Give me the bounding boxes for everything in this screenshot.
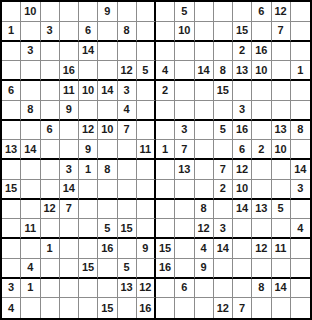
- cell-r1c9[interactable]: [156, 2, 175, 22]
- cell-r9c9[interactable]: [156, 160, 175, 180]
- cell-r9c6[interactable]: 8: [98, 160, 117, 180]
- cell-r3c16[interactable]: [291, 42, 310, 62]
- cell-r5c14[interactable]: [252, 81, 271, 101]
- cell-r11c10[interactable]: [175, 200, 194, 220]
- cell-r7c3[interactable]: 6: [41, 121, 60, 141]
- cell-r8c2[interactable]: 14: [21, 140, 40, 160]
- cell-r9c1[interactable]: [2, 160, 21, 180]
- cell-r3c9[interactable]: [156, 42, 175, 62]
- cell-r1c2[interactable]: 10: [21, 2, 40, 22]
- cell-r11c2[interactable]: [21, 200, 40, 220]
- cell-r16c2[interactable]: [21, 298, 40, 318]
- cell-r11c5[interactable]: [79, 200, 98, 220]
- cell-r10c15[interactable]: [272, 180, 291, 200]
- cell-r10c14[interactable]: [252, 180, 271, 200]
- cell-r9c8[interactable]: [137, 160, 156, 180]
- cell-r15c1[interactable]: 3: [2, 279, 21, 299]
- cell-r13c3[interactable]: 1: [41, 239, 60, 259]
- cell-r11c12[interactable]: [214, 200, 233, 220]
- cell-r5c5[interactable]: 10: [79, 81, 98, 101]
- cell-r1c10[interactable]: 5: [175, 2, 194, 22]
- cell-r5c13[interactable]: [233, 81, 252, 101]
- cell-r7c2[interactable]: [21, 121, 40, 141]
- cell-r7c9[interactable]: [156, 121, 175, 141]
- cell-r6c1[interactable]: [2, 101, 21, 121]
- cell-r7c10[interactable]: 3: [175, 121, 194, 141]
- cell-r12c7[interactable]: 15: [118, 219, 137, 239]
- cell-r11c7[interactable]: [118, 200, 137, 220]
- cell-r15c16[interactable]: [291, 279, 310, 299]
- cell-r5c8[interactable]: [137, 81, 156, 101]
- cell-r7c16[interactable]: 8: [291, 121, 310, 141]
- cell-r13c2[interactable]: [21, 239, 40, 259]
- cell-r12c1[interactable]: [2, 219, 21, 239]
- cell-r11c3[interactable]: 12: [41, 200, 60, 220]
- cell-r14c8[interactable]: [137, 259, 156, 279]
- cell-r10c10[interactable]: [175, 180, 194, 200]
- cell-r1c11[interactable]: [195, 2, 214, 22]
- cell-r16c14[interactable]: [252, 298, 271, 318]
- cell-r3c7[interactable]: [118, 42, 137, 62]
- cell-r16c11[interactable]: [195, 298, 214, 318]
- cell-r7c6[interactable]: 10: [98, 121, 117, 141]
- cell-r10c5[interactable]: [79, 180, 98, 200]
- cell-r1c5[interactable]: [79, 2, 98, 22]
- cell-r12c5[interactable]: [79, 219, 98, 239]
- cell-r10c7[interactable]: [118, 180, 137, 200]
- cell-r15c4[interactable]: [60, 279, 79, 299]
- cell-r12c2[interactable]: 11: [21, 219, 40, 239]
- cell-r13c1[interactable]: [2, 239, 21, 259]
- cell-r9c14[interactable]: [252, 160, 271, 180]
- cell-r4c13[interactable]: 13: [233, 61, 252, 81]
- cell-r11c13[interactable]: 14: [233, 200, 252, 220]
- cell-r7c5[interactable]: 12: [79, 121, 98, 141]
- cell-r14c14[interactable]: [252, 259, 271, 279]
- cell-r15c13[interactable]: [233, 279, 252, 299]
- cell-r1c13[interactable]: [233, 2, 252, 22]
- cell-r9c3[interactable]: [41, 160, 60, 180]
- cell-r16c4[interactable]: [60, 298, 79, 318]
- sudoku-board: 1095612136810157314216161254148131016111…: [0, 0, 312, 320]
- cell-r9c7[interactable]: [118, 160, 137, 180]
- cell-r2c14[interactable]: [252, 22, 271, 42]
- cell-r14c15[interactable]: [272, 259, 291, 279]
- cell-r2c8[interactable]: [137, 22, 156, 42]
- cell-r10c9[interactable]: [156, 180, 175, 200]
- cell-r11c4[interactable]: 7: [60, 200, 79, 220]
- cell-r2c6[interactable]: [98, 22, 117, 42]
- cell-r3c2[interactable]: 3: [21, 42, 40, 62]
- cell-r1c16[interactable]: [291, 2, 310, 22]
- cell-r4c7[interactable]: 12: [118, 61, 137, 81]
- cell-r16c12[interactable]: 12: [214, 298, 233, 318]
- cell-r2c4[interactable]: [60, 22, 79, 42]
- cell-r10c1[interactable]: 15: [2, 180, 21, 200]
- cell-r3c13[interactable]: 2: [233, 42, 252, 62]
- cell-r4c12[interactable]: 8: [214, 61, 233, 81]
- cell-r7c8[interactable]: [137, 121, 156, 141]
- cell-r7c1[interactable]: [2, 121, 21, 141]
- cell-r14c2[interactable]: 4: [21, 259, 40, 279]
- cell-r8c3[interactable]: [41, 140, 60, 160]
- cell-r16c13[interactable]: 7: [233, 298, 252, 318]
- cell-r6c2[interactable]: 8: [21, 101, 40, 121]
- cell-r8c9[interactable]: 1: [156, 140, 175, 160]
- cell-r12c12[interactable]: 3: [214, 219, 233, 239]
- cell-r8c12[interactable]: [214, 140, 233, 160]
- cell-r16c16[interactable]: [291, 298, 310, 318]
- cell-r3c11[interactable]: [195, 42, 214, 62]
- cell-r9c13[interactable]: 12: [233, 160, 252, 180]
- cell-r8c5[interactable]: 9: [79, 140, 98, 160]
- cell-r10c3[interactable]: [41, 180, 60, 200]
- cell-r10c12[interactable]: 2: [214, 180, 233, 200]
- cell-r8c6[interactable]: [98, 140, 117, 160]
- cell-r10c2[interactable]: [21, 180, 40, 200]
- cell-r13c5[interactable]: [79, 239, 98, 259]
- cell-r13c12[interactable]: 14: [214, 239, 233, 259]
- cell-r11c9[interactable]: [156, 200, 175, 220]
- cell-r16c7[interactable]: [118, 298, 137, 318]
- cell-r16c9[interactable]: [156, 298, 175, 318]
- cell-r3c8[interactable]: [137, 42, 156, 62]
- cell-r2c7[interactable]: 8: [118, 22, 137, 42]
- cell-r10c11[interactable]: [195, 180, 214, 200]
- cell-r6c13[interactable]: 3: [233, 101, 252, 121]
- cell-r15c10[interactable]: 6: [175, 279, 194, 299]
- cell-r7c13[interactable]: 16: [233, 121, 252, 141]
- cell-r8c8[interactable]: 11: [137, 140, 156, 160]
- cell-r3c3[interactable]: [41, 42, 60, 62]
- cell-r8c10[interactable]: 7: [175, 140, 194, 160]
- cell-r3c6[interactable]: [98, 42, 117, 62]
- cell-r8c7[interactable]: [118, 140, 137, 160]
- cell-r11c15[interactable]: 5: [272, 200, 291, 220]
- cell-r6c15[interactable]: [272, 101, 291, 121]
- cell-r14c11[interactable]: 9: [195, 259, 214, 279]
- cell-r13c15[interactable]: 11: [272, 239, 291, 259]
- cell-r6c5[interactable]: [79, 101, 98, 121]
- cell-r13c11[interactable]: 4: [195, 239, 214, 259]
- cell-r13c8[interactable]: 9: [137, 239, 156, 259]
- cell-r8c16[interactable]: [291, 140, 310, 160]
- cell-r15c14[interactable]: 8: [252, 279, 271, 299]
- cell-r6c14[interactable]: [252, 101, 271, 121]
- cell-r5c2[interactable]: [21, 81, 40, 101]
- cell-r9c5[interactable]: 1: [79, 160, 98, 180]
- cell-r9c4[interactable]: 3: [60, 160, 79, 180]
- cell-r3c10[interactable]: [175, 42, 194, 62]
- cell-r2c5[interactable]: 6: [79, 22, 98, 42]
- cell-r14c5[interactable]: 15: [79, 259, 98, 279]
- cell-r1c7[interactable]: [118, 2, 137, 22]
- cell-r12c13[interactable]: [233, 219, 252, 239]
- cell-r2c10[interactable]: 10: [175, 22, 194, 42]
- cell-r7c12[interactable]: 5: [214, 121, 233, 141]
- cell-r5c3[interactable]: [41, 81, 60, 101]
- cell-r10c6[interactable]: [98, 180, 117, 200]
- cell-r7c4[interactable]: [60, 121, 79, 141]
- cell-r12c16[interactable]: 4: [291, 219, 310, 239]
- cell-r4c8[interactable]: 5: [137, 61, 156, 81]
- cell-r1c12[interactable]: [214, 2, 233, 22]
- cell-r2c9[interactable]: [156, 22, 175, 42]
- cell-r16c3[interactable]: [41, 298, 60, 318]
- cell-r12c4[interactable]: [60, 219, 79, 239]
- cell-r5c7[interactable]: 3: [118, 81, 137, 101]
- cell-r12c6[interactable]: 5: [98, 219, 117, 239]
- cell-r10c8[interactable]: [137, 180, 156, 200]
- cell-r3c1[interactable]: [2, 42, 21, 62]
- cell-r12c15[interactable]: [272, 219, 291, 239]
- cell-r12c10[interactable]: [175, 219, 194, 239]
- cell-r11c8[interactable]: [137, 200, 156, 220]
- cell-r2c12[interactable]: [214, 22, 233, 42]
- cell-r14c10[interactable]: [175, 259, 194, 279]
- cell-r4c1[interactable]: [2, 61, 21, 81]
- cell-r6c9[interactable]: [156, 101, 175, 121]
- cell-r6c11[interactable]: [195, 101, 214, 121]
- cell-r8c15[interactable]: 10: [272, 140, 291, 160]
- cell-r10c16[interactable]: 3: [291, 180, 310, 200]
- cell-r2c13[interactable]: 15: [233, 22, 252, 42]
- cell-r15c6[interactable]: [98, 279, 117, 299]
- cell-r11c1[interactable]: [2, 200, 21, 220]
- cell-r5c1[interactable]: 6: [2, 81, 21, 101]
- cell-r13c13[interactable]: [233, 239, 252, 259]
- cell-r4c5[interactable]: [79, 61, 98, 81]
- cell-r11c16[interactable]: [291, 200, 310, 220]
- cell-r4c3[interactable]: [41, 61, 60, 81]
- cell-r4c16[interactable]: 1: [291, 61, 310, 81]
- cell-r14c1[interactable]: [2, 259, 21, 279]
- cell-r14c3[interactable]: [41, 259, 60, 279]
- cell-r11c6[interactable]: [98, 200, 117, 220]
- cell-r6c6[interactable]: [98, 101, 117, 121]
- cell-r2c11[interactable]: [195, 22, 214, 42]
- cell-r15c11[interactable]: [195, 279, 214, 299]
- cell-r8c1[interactable]: 13: [2, 140, 21, 160]
- cell-r1c4[interactable]: [60, 2, 79, 22]
- cell-r15c15[interactable]: 14: [272, 279, 291, 299]
- cell-r2c16[interactable]: [291, 22, 310, 42]
- cell-r12c8[interactable]: [137, 219, 156, 239]
- cell-r2c3[interactable]: 3: [41, 22, 60, 42]
- cell-r9c11[interactable]: [195, 160, 214, 180]
- cell-r4c14[interactable]: 10: [252, 61, 271, 81]
- cell-r3c15[interactable]: [272, 42, 291, 62]
- cell-r7c14[interactable]: [252, 121, 271, 141]
- cell-r6c12[interactable]: [214, 101, 233, 121]
- cell-r14c16[interactable]: [291, 259, 310, 279]
- cell-r1c15[interactable]: 12: [272, 2, 291, 22]
- cell-r14c12[interactable]: [214, 259, 233, 279]
- cell-r1c6[interactable]: 9: [98, 2, 117, 22]
- cell-r9c15[interactable]: [272, 160, 291, 180]
- cell-r4c11[interactable]: 14: [195, 61, 214, 81]
- cell-r16c15[interactable]: [272, 298, 291, 318]
- cell-r1c14[interactable]: 6: [252, 2, 271, 22]
- cell-r15c12[interactable]: [214, 279, 233, 299]
- cell-r6c8[interactable]: [137, 101, 156, 121]
- cell-r2c1[interactable]: 1: [2, 22, 21, 42]
- cell-r12c9[interactable]: [156, 219, 175, 239]
- cell-r13c9[interactable]: 15: [156, 239, 175, 259]
- cell-r5c16[interactable]: [291, 81, 310, 101]
- cell-r13c16[interactable]: [291, 239, 310, 259]
- cell-r5c12[interactable]: 15: [214, 81, 233, 101]
- cell-r4c15[interactable]: [272, 61, 291, 81]
- cell-r7c15[interactable]: 13: [272, 121, 291, 141]
- cell-r15c3[interactable]: [41, 279, 60, 299]
- cell-r14c9[interactable]: 16: [156, 259, 175, 279]
- cell-r14c4[interactable]: [60, 259, 79, 279]
- cell-r12c11[interactable]: 12: [195, 219, 214, 239]
- cell-r16c1[interactable]: 4: [2, 298, 21, 318]
- cell-r7c7[interactable]: 7: [118, 121, 137, 141]
- cell-r4c4[interactable]: 16: [60, 61, 79, 81]
- cell-r6c7[interactable]: 4: [118, 101, 137, 121]
- cell-r9c12[interactable]: 7: [214, 160, 233, 180]
- cell-r8c4[interactable]: [60, 140, 79, 160]
- cell-r11c11[interactable]: 8: [195, 200, 214, 220]
- cell-r15c7[interactable]: 13: [118, 279, 137, 299]
- cell-r12c3[interactable]: [41, 219, 60, 239]
- cell-r5c10[interactable]: [175, 81, 194, 101]
- cell-r4c10[interactable]: [175, 61, 194, 81]
- cell-r7c11[interactable]: [195, 121, 214, 141]
- cell-r6c4[interactable]: 9: [60, 101, 79, 121]
- cell-r5c15[interactable]: [272, 81, 291, 101]
- cell-r8c11[interactable]: [195, 140, 214, 160]
- cell-r14c13[interactable]: [233, 259, 252, 279]
- cell-r13c10[interactable]: [175, 239, 194, 259]
- cell-r8c14[interactable]: 2: [252, 140, 271, 160]
- cell-r6c10[interactable]: [175, 101, 194, 121]
- cell-r9c16[interactable]: 14: [291, 160, 310, 180]
- cell-r16c10[interactable]: [175, 298, 194, 318]
- cell-r14c6[interactable]: [98, 259, 117, 279]
- cell-r1c3[interactable]: [41, 2, 60, 22]
- cell-r14c7[interactable]: 5: [118, 259, 137, 279]
- cell-r13c7[interactable]: [118, 239, 137, 259]
- cell-r5c11[interactable]: [195, 81, 214, 101]
- cell-r10c13[interactable]: 10: [233, 180, 252, 200]
- cell-r3c4[interactable]: [60, 42, 79, 62]
- cell-r3c5[interactable]: 14: [79, 42, 98, 62]
- cell-r16c8[interactable]: 16: [137, 298, 156, 318]
- cell-r8c13[interactable]: 6: [233, 140, 252, 160]
- cell-r13c6[interactable]: 16: [98, 239, 117, 259]
- cell-r15c2[interactable]: 1: [21, 279, 40, 299]
- cell-r15c9[interactable]: [156, 279, 175, 299]
- cell-r13c14[interactable]: 12: [252, 239, 271, 259]
- cell-r9c10[interactable]: 13: [175, 160, 194, 180]
- cell-r1c8[interactable]: [137, 2, 156, 22]
- cell-r6c16[interactable]: [291, 101, 310, 121]
- cell-r4c9[interactable]: 4: [156, 61, 175, 81]
- cell-r5c9[interactable]: 2: [156, 81, 175, 101]
- cell-r15c5[interactable]: [79, 279, 98, 299]
- cell-r3c14[interactable]: 16: [252, 42, 271, 62]
- cell-r12c14[interactable]: [252, 219, 271, 239]
- cell-r9c2[interactable]: [21, 160, 40, 180]
- cell-r16c6[interactable]: 15: [98, 298, 117, 318]
- cell-r6c3[interactable]: [41, 101, 60, 121]
- cell-r4c2[interactable]: [21, 61, 40, 81]
- cell-r4c6[interactable]: [98, 61, 117, 81]
- cell-r15c8[interactable]: 12: [137, 279, 156, 299]
- cell-r11c14[interactable]: 13: [252, 200, 271, 220]
- cell-r13c4[interactable]: [60, 239, 79, 259]
- cell-r5c6[interactable]: 14: [98, 81, 117, 101]
- cell-r2c2[interactable]: [21, 22, 40, 42]
- cell-r16c5[interactable]: [79, 298, 98, 318]
- cell-r5c4[interactable]: 11: [60, 81, 79, 101]
- cell-r10c4[interactable]: 14: [60, 180, 79, 200]
- cell-r2c15[interactable]: 7: [272, 22, 291, 42]
- cell-r3c12[interactable]: [214, 42, 233, 62]
- cell-r1c1[interactable]: [2, 2, 21, 22]
